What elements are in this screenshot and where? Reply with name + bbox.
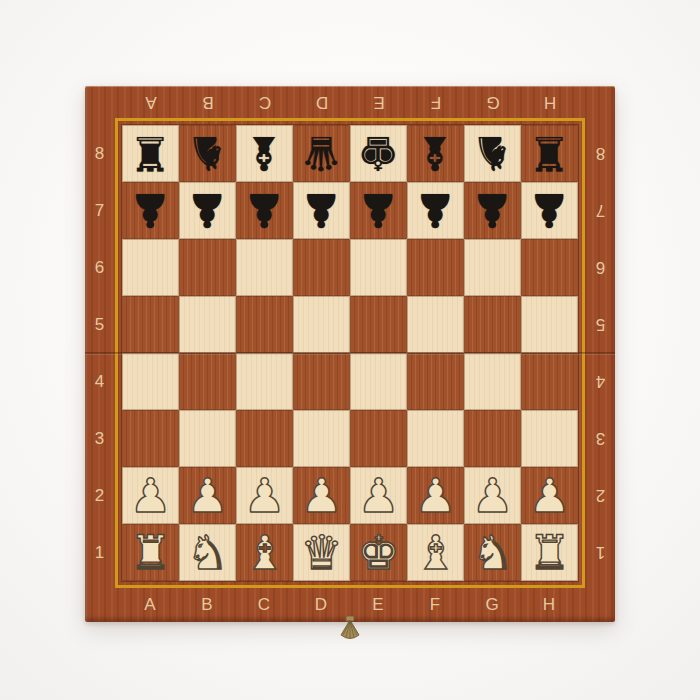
coordinate-label: 6 [585,239,615,296]
square-a1[interactable]: ♜ [122,524,179,581]
coordinate-label: 6 [85,239,115,296]
square-c4[interactable] [236,353,293,410]
white-king: ♚ [357,529,399,576]
black-knight: ♞ [186,130,228,177]
square-f2[interactable]: ♟ [407,467,464,524]
square-h3[interactable] [521,410,578,467]
coordinate-label: 7 [585,182,615,239]
black-pawn: ♟ [186,187,228,234]
coordinate-label: 4 [85,353,115,410]
square-a7[interactable]: ♟ [122,182,179,239]
square-f6[interactable] [407,239,464,296]
black-pawn: ♟ [243,187,285,234]
square-g8[interactable]: ♞ [464,125,521,182]
square-f1[interactable]: ♝ [407,524,464,581]
square-e4[interactable] [350,353,407,410]
square-h8[interactable]: ♜ [521,125,578,182]
square-h4[interactable] [521,353,578,410]
black-king: ♚ [357,130,399,177]
square-b4[interactable] [179,353,236,410]
black-pawn: ♟ [528,187,570,234]
coordinate-label: F [407,588,464,622]
coordinate-label: D [293,86,350,118]
square-h6[interactable] [521,239,578,296]
coordinate-label: 2 [85,467,115,524]
white-rook: ♜ [528,529,570,576]
black-rook: ♜ [129,130,171,177]
square-b5[interactable] [179,296,236,353]
black-pawn: ♟ [471,187,513,234]
white-queen: ♛ [300,529,342,576]
square-a2[interactable]: ♟ [122,467,179,524]
square-c8[interactable]: ♝ [236,125,293,182]
square-d4[interactable] [293,353,350,410]
square-f8[interactable]: ♝ [407,125,464,182]
white-pawn: ♟ [357,472,399,519]
square-h2[interactable]: ♟ [521,467,578,524]
square-a6[interactable] [122,239,179,296]
square-b7[interactable]: ♟ [179,182,236,239]
white-knight: ♞ [186,529,228,576]
square-d8[interactable]: ♛ [293,125,350,182]
board-grid: ♜♞♝♛♚♝♞♜♟♟♟♟♟♟♟♟♟♟♟♟♟♟♟♟♜♞♝♛♚♝♞♜ [122,125,578,581]
square-c5[interactable] [236,296,293,353]
square-d3[interactable] [293,410,350,467]
white-pawn: ♟ [414,472,456,519]
white-pawn: ♟ [471,472,513,519]
coordinate-label: 8 [85,125,115,182]
square-b2[interactable]: ♟ [179,467,236,524]
coordinate-label: H [521,588,578,622]
square-d7[interactable]: ♟ [293,182,350,239]
coordinate-label: 5 [585,296,615,353]
white-pawn: ♟ [129,472,171,519]
coordinate-label: 3 [85,410,115,467]
square-h7[interactable]: ♟ [521,182,578,239]
coordinate-label: A [122,86,179,118]
file-labels-top: ABCDEFGH [122,86,578,118]
rank-labels-left: 87654321 [85,125,115,581]
square-d2[interactable]: ♟ [293,467,350,524]
black-rook: ♜ [528,130,570,177]
coordinate-label: 1 [85,524,115,581]
white-pawn: ♟ [186,472,228,519]
square-b6[interactable] [179,239,236,296]
black-knight: ♞ [471,130,513,177]
coordinate-label: G [464,588,521,622]
black-pawn: ♟ [357,187,399,234]
coordinate-label: C [236,588,293,622]
white-pawn: ♟ [243,472,285,519]
coordinate-label: 3 [585,410,615,467]
coordinate-label: G [464,86,521,118]
white-bishop: ♝ [243,529,285,576]
square-e2[interactable]: ♟ [350,467,407,524]
square-b1[interactable]: ♞ [179,524,236,581]
square-e5[interactable] [350,296,407,353]
square-e6[interactable] [350,239,407,296]
coordinate-label: 4 [585,353,615,410]
coordinate-label: A [122,588,179,622]
square-g2[interactable]: ♟ [464,467,521,524]
black-pawn: ♟ [414,187,456,234]
chess-board: ABCDEFGH ABCDEFGH 87654321 87654321 ♜♞♝♛… [85,86,615,622]
coordinate-label: 5 [85,296,115,353]
square-c1[interactable]: ♝ [236,524,293,581]
square-f3[interactable] [407,410,464,467]
coordinate-label: H [521,86,578,118]
rank-labels-right: 87654321 [585,125,615,581]
square-b3[interactable] [179,410,236,467]
white-knight: ♞ [471,529,513,576]
coordinate-label: 2 [585,467,615,524]
square-g1[interactable]: ♞ [464,524,521,581]
square-d1[interactable]: ♛ [293,524,350,581]
square-d5[interactable] [293,296,350,353]
coordinate-label: F [407,86,464,118]
square-b8[interactable]: ♞ [179,125,236,182]
black-queen: ♛ [300,130,342,177]
square-c2[interactable]: ♟ [236,467,293,524]
white-pawn: ♟ [528,472,570,519]
coordinate-label: C [236,86,293,118]
square-c6[interactable] [236,239,293,296]
white-rook: ♜ [129,529,171,576]
square-g5[interactable] [464,296,521,353]
white-bishop: ♝ [414,529,456,576]
brass-clasp-icon [337,616,363,642]
play-area: ♜♞♝♛♚♝♞♜♟♟♟♟♟♟♟♟♟♟♟♟♟♟♟♟♜♞♝♛♚♝♞♜ [115,118,585,588]
black-pawn: ♟ [129,187,171,234]
white-pawn: ♟ [300,472,342,519]
coordinate-label: B [179,588,236,622]
square-h5[interactable] [521,296,578,353]
coordinate-label: 8 [585,125,615,182]
black-bishop: ♝ [243,130,285,177]
coordinate-label: 7 [85,182,115,239]
black-bishop: ♝ [414,130,456,177]
square-a5[interactable] [122,296,179,353]
square-e8[interactable]: ♚ [350,125,407,182]
square-a4[interactable] [122,353,179,410]
square-c3[interactable] [236,410,293,467]
square-f7[interactable]: ♟ [407,182,464,239]
coordinate-label: E [350,86,407,118]
square-f5[interactable] [407,296,464,353]
square-e1[interactable]: ♚ [350,524,407,581]
square-g7[interactable]: ♟ [464,182,521,239]
square-c7[interactable]: ♟ [236,182,293,239]
square-a3[interactable] [122,410,179,467]
square-g4[interactable] [464,353,521,410]
square-g6[interactable] [464,239,521,296]
square-f4[interactable] [407,353,464,410]
square-h1[interactable]: ♜ [521,524,578,581]
coordinate-label: 1 [585,524,615,581]
square-e3[interactable] [350,410,407,467]
black-pawn: ♟ [300,187,342,234]
square-g3[interactable] [464,410,521,467]
coordinate-label: B [179,86,236,118]
square-e7[interactable]: ♟ [350,182,407,239]
square-a8[interactable]: ♜ [122,125,179,182]
square-d6[interactable] [293,239,350,296]
